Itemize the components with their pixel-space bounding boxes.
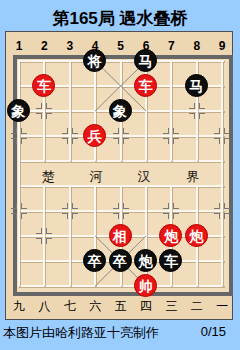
piece-red-cannon[interactable]: 炮 xyxy=(159,224,182,247)
col-label-top: 1 xyxy=(8,39,30,53)
app-window: 第165局 遇水叠桥 123456789九八七六五四三二一 楚河汉界将马车车马象… xyxy=(0,0,240,350)
piece-black-horse[interactable]: 马 xyxy=(185,74,208,97)
point-marker xyxy=(11,128,27,144)
col-label-top: 2 xyxy=(33,39,55,53)
piece-black-elephant[interactable]: 象 xyxy=(7,99,30,122)
col-label-bottom: 六 xyxy=(84,298,106,315)
river-label: 界 xyxy=(184,168,202,186)
piece-black-cannon[interactable]: 炮 xyxy=(134,249,157,272)
point-marker xyxy=(62,203,78,219)
point-marker xyxy=(189,103,205,119)
col-label-top: 3 xyxy=(59,39,81,53)
col-label-bottom: 五 xyxy=(110,298,132,315)
river-label: 河 xyxy=(87,168,105,186)
col-label-bottom: 一 xyxy=(211,298,233,315)
grid-line-v xyxy=(69,186,71,286)
piece-red-chariot[interactable]: 车 xyxy=(134,74,157,97)
piece-black-soldier[interactable]: 卒 xyxy=(109,249,132,272)
col-label-top: 8 xyxy=(186,39,208,53)
grid-line-v xyxy=(18,61,20,286)
point-marker xyxy=(163,203,179,219)
point-marker xyxy=(62,128,78,144)
point-marker xyxy=(36,228,52,244)
col-label-bottom: 三 xyxy=(160,298,182,315)
piece-red-chariot[interactable]: 车 xyxy=(32,74,55,97)
point-marker xyxy=(113,203,129,219)
piece-black-elephant[interactable]: 象 xyxy=(109,99,132,122)
piece-red-soldier[interactable]: 兵 xyxy=(83,124,106,147)
puzzle-title: 第165局 遇水叠桥 xyxy=(0,7,240,30)
credit-text: 本图片由哈利路亚十亮制作 xyxy=(3,324,159,342)
piece-red-elephant[interactable]: 相 xyxy=(109,224,132,247)
piece-black-soldier[interactable]: 卒 xyxy=(83,249,106,272)
point-marker xyxy=(36,103,52,119)
col-label-top: 9 xyxy=(211,39,233,53)
col-label-bottom: 七 xyxy=(59,298,81,315)
move-counter: 0/15 xyxy=(201,324,226,339)
point-marker xyxy=(113,128,129,144)
piece-red-general[interactable]: 帅 xyxy=(134,274,157,297)
col-label-bottom: 二 xyxy=(186,298,208,315)
piece-red-cannon[interactable]: 炮 xyxy=(185,224,208,247)
col-label-top: 5 xyxy=(110,39,132,53)
grid-line-v xyxy=(221,61,223,286)
board-panel: 123456789九八七六五四三二一 楚河汉界将马车车马象象兵相炮炮卒卒炮车帅 xyxy=(5,31,233,320)
piece-black-horse[interactable]: 马 xyxy=(134,49,157,72)
col-label-bottom: 九 xyxy=(8,298,30,315)
piece-black-chariot[interactable]: 车 xyxy=(159,249,182,272)
col-label-bottom: 四 xyxy=(135,298,157,315)
river-label: 汉 xyxy=(135,168,153,186)
col-label-bottom: 八 xyxy=(33,298,55,315)
grid-line-v xyxy=(170,61,172,161)
point-marker xyxy=(163,128,179,144)
point-marker xyxy=(214,203,230,219)
river-label: 楚 xyxy=(39,168,57,186)
piece-black-general[interactable]: 将 xyxy=(83,49,106,72)
xiangqi-board[interactable]: 123456789九八七六五四三二一 楚河汉界将马车车马象象兵相炮炮卒卒炮车帅 xyxy=(6,32,234,321)
col-label-top: 7 xyxy=(160,39,182,53)
point-marker xyxy=(11,203,27,219)
point-marker xyxy=(214,128,230,144)
grid-line-v xyxy=(69,61,71,161)
